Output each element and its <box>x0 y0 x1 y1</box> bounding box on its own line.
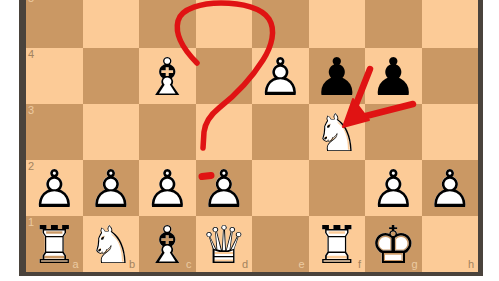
board-squares: 54♝♗♟♙♟♟3♞♘2♟♙♟♙♟♙♟♙♟♙♟♙1a♜♖b♞♘c♝♗d♛♕ef♜… <box>26 0 478 272</box>
square-b2[interactable]: ♟♙ <box>83 160 140 216</box>
square-g4[interactable]: ♟ <box>365 48 422 104</box>
square-a2[interactable]: 2♟♙ <box>26 160 83 216</box>
square-a4[interactable]: 4 <box>26 48 83 104</box>
square-b1[interactable]: b♞♘ <box>83 216 140 272</box>
square-e5[interactable] <box>252 0 309 48</box>
square-f2[interactable] <box>309 160 366 216</box>
rank-label-3: 3 <box>28 105 34 116</box>
black-pawn-f4[interactable]: ♟ <box>309 48 366 104</box>
white-pawn-d2[interactable]: ♟♙ <box>196 160 253 216</box>
square-d4[interactable] <box>196 48 253 104</box>
board-border-right <box>478 0 483 276</box>
square-f1[interactable]: f♜♖ <box>309 216 366 272</box>
rank-label-5: 5 <box>28 0 34 4</box>
square-b3[interactable] <box>83 104 140 160</box>
square-d5[interactable] <box>196 0 253 48</box>
white-pawn-e4[interactable]: ♟♙ <box>252 48 309 104</box>
square-f5[interactable] <box>309 0 366 48</box>
white-knight-b1[interactable]: ♞♘ <box>83 216 140 272</box>
board-border-left <box>19 0 26 276</box>
square-b4[interactable] <box>83 48 140 104</box>
square-e2[interactable] <box>252 160 309 216</box>
square-c2[interactable]: ♟♙ <box>139 160 196 216</box>
square-c5[interactable] <box>139 0 196 48</box>
white-pawn-g2[interactable]: ♟♙ <box>365 160 422 216</box>
white-pawn-b2[interactable]: ♟♙ <box>83 160 140 216</box>
white-pawn-h2[interactable]: ♟♙ <box>422 160 479 216</box>
square-b5[interactable] <box>83 0 140 48</box>
black-pawn-g4[interactable]: ♟ <box>365 48 422 104</box>
rank-label-4: 4 <box>28 49 34 60</box>
square-g3[interactable] <box>365 104 422 160</box>
white-rook-a1[interactable]: ♜♖ <box>26 216 83 272</box>
square-g5[interactable] <box>365 0 422 48</box>
white-pawn-c2[interactable]: ♟♙ <box>139 160 196 216</box>
square-a3[interactable]: 3 <box>26 104 83 160</box>
square-d3[interactable] <box>196 104 253 160</box>
square-a1[interactable]: 1a♜♖ <box>26 216 83 272</box>
square-g2[interactable]: ♟♙ <box>365 160 422 216</box>
square-h3[interactable] <box>422 104 479 160</box>
square-g1[interactable]: g♚♔ <box>365 216 422 272</box>
white-rook-f1[interactable]: ♜♖ <box>309 216 366 272</box>
square-d1[interactable]: d♛♕ <box>196 216 253 272</box>
file-label-h: h <box>468 259 474 270</box>
white-pawn-a2[interactable]: ♟♙ <box>26 160 83 216</box>
square-h1[interactable]: h <box>422 216 479 272</box>
square-h5[interactable] <box>422 0 479 48</box>
square-h4[interactable] <box>422 48 479 104</box>
white-bishop-c1[interactable]: ♝♗ <box>139 216 196 272</box>
square-f4[interactable]: ♟ <box>309 48 366 104</box>
chess-board-diagram: 54♝♗♟♙♟♟3♞♘2♟♙♟♙♟♙♟♙♟♙♟♙1a♜♖b♞♘c♝♗d♛♕ef♜… <box>0 0 499 281</box>
square-e3[interactable] <box>252 104 309 160</box>
white-king-g1[interactable]: ♚♔ <box>365 216 422 272</box>
square-c1[interactable]: c♝♗ <box>139 216 196 272</box>
square-d2[interactable]: ♟♙ <box>196 160 253 216</box>
white-bishop-c4[interactable]: ♝♗ <box>139 48 196 104</box>
file-label-e: e <box>298 259 304 270</box>
square-f3[interactable]: ♞♘ <box>309 104 366 160</box>
square-c4[interactable]: ♝♗ <box>139 48 196 104</box>
square-c3[interactable] <box>139 104 196 160</box>
white-knight-f3[interactable]: ♞♘ <box>309 104 366 160</box>
white-queen-d1[interactable]: ♛♕ <box>196 216 253 272</box>
square-e1[interactable]: e <box>252 216 309 272</box>
square-e4[interactable]: ♟♙ <box>252 48 309 104</box>
square-a5[interactable]: 5 <box>26 0 83 48</box>
square-h2[interactable]: ♟♙ <box>422 160 479 216</box>
